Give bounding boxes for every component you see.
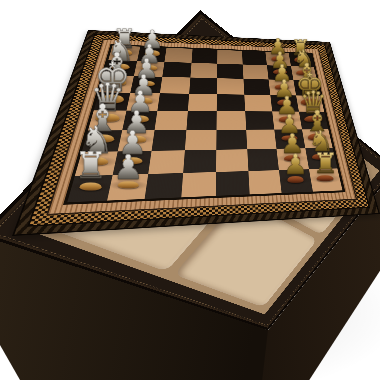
square-d3 <box>155 111 188 130</box>
square-e1 <box>94 92 130 110</box>
square-d7 <box>272 111 301 129</box>
square-g6 <box>242 64 268 79</box>
square-b1 <box>75 151 117 175</box>
square-h3 <box>164 48 192 63</box>
square-a7 <box>279 169 313 193</box>
square-b4 <box>183 150 216 173</box>
square-h4 <box>191 49 217 64</box>
square-g2 <box>134 61 165 77</box>
square-e6 <box>244 94 272 111</box>
square-b6 <box>247 149 279 171</box>
square-b8 <box>305 148 337 169</box>
square-d1 <box>88 110 126 130</box>
square-f3 <box>160 77 190 94</box>
square-c4 <box>185 130 217 151</box>
square-f1 <box>99 75 134 92</box>
square-c1 <box>82 130 122 152</box>
square-e5 <box>217 94 245 111</box>
square-a3 <box>145 173 183 199</box>
square-d8 <box>299 112 329 130</box>
square-g3 <box>162 62 191 78</box>
square-b5 <box>216 149 248 171</box>
square-c6 <box>246 129 277 149</box>
square-g5 <box>217 64 243 79</box>
square-h1 <box>108 45 140 60</box>
square-h2 <box>137 47 167 62</box>
square-c3 <box>152 130 187 151</box>
square-e4 <box>188 94 217 112</box>
chess-set-photo: ♜♞♝♛♚♝♞♜♟♟♟♟♟♟♟♟♟♟♟♟♟♟♟♟♜♞♝♛♚♝♞♜ <box>0 0 380 380</box>
square-h7 <box>265 52 290 66</box>
square-e3 <box>157 93 189 111</box>
square-g4 <box>190 63 217 79</box>
square-a1 <box>67 175 112 202</box>
square-a4 <box>181 172 216 198</box>
square-c7 <box>274 129 305 149</box>
square-c5 <box>216 129 247 149</box>
square-g1 <box>104 60 137 76</box>
square-f6 <box>243 79 270 95</box>
square-h6 <box>242 51 267 65</box>
square-a8 <box>309 168 343 191</box>
square-e8 <box>296 95 324 111</box>
square-h5 <box>217 50 242 65</box>
square-b2 <box>112 151 151 175</box>
square-c2 <box>117 130 154 151</box>
square-d5 <box>217 111 246 130</box>
square-e7 <box>270 95 298 112</box>
square-c8 <box>302 129 333 148</box>
square-g7 <box>267 65 293 80</box>
board-squares <box>63 44 345 205</box>
square-f2 <box>130 76 162 93</box>
square-b3 <box>148 150 184 173</box>
square-f8 <box>293 80 320 96</box>
square-d4 <box>186 111 217 130</box>
square-f4 <box>189 78 217 95</box>
square-a2 <box>107 174 149 201</box>
square-a6 <box>248 170 281 194</box>
square-d2 <box>122 111 157 131</box>
square-a5 <box>216 171 250 196</box>
square-b7 <box>276 148 308 170</box>
square-e2 <box>126 93 160 111</box>
square-g8 <box>291 66 317 81</box>
square-d6 <box>245 111 274 129</box>
square-f5 <box>217 78 244 94</box>
square-h8 <box>288 53 313 67</box>
chess-board <box>12 30 380 236</box>
square-f7 <box>269 79 296 95</box>
